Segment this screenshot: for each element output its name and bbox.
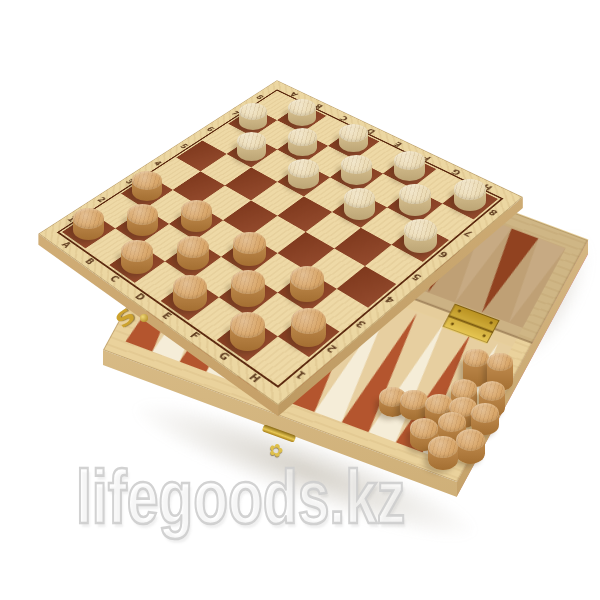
hinge-screw — [482, 334, 486, 338]
checker-cream-h6 — [404, 219, 437, 253]
watermark: lifegoods.kz — [76, 452, 405, 540]
loose-checker-7 — [400, 390, 427, 420]
checker-cream-g7 — [399, 184, 431, 216]
piece-top — [233, 232, 266, 254]
checker-cream-f6 — [344, 188, 376, 220]
piece-top — [291, 308, 327, 334]
side-latch-pin — [140, 314, 148, 322]
checker-tan-f2 — [231, 270, 265, 306]
loose-checker-12 — [456, 429, 485, 463]
piece-top — [127, 204, 158, 225]
checker-tan-a3 — [132, 171, 162, 201]
checker-tan-h2 — [291, 308, 327, 347]
checker-cream-h8 — [454, 179, 486, 211]
piece-top — [341, 155, 372, 174]
checker-tan-e1 — [173, 275, 207, 311]
piece-top — [230, 312, 265, 338]
checker-cream-d8 — [339, 124, 369, 153]
checker-cream-a7 — [239, 103, 267, 130]
piece-top — [487, 353, 513, 372]
checker-tan-b2 — [127, 204, 158, 236]
product-photo: AABBCCDDEEFFGGHH1122334455667788 ✿S life… — [0, 0, 600, 600]
piece-top — [456, 429, 485, 450]
piece-top — [288, 99, 316, 116]
piece-top — [399, 184, 431, 205]
hinge-screw — [457, 309, 461, 313]
checker-cream-b6 — [237, 132, 266, 160]
checker-tan-c1 — [121, 240, 153, 274]
piece-top — [173, 275, 207, 299]
piece-top — [404, 219, 437, 241]
piece-top — [288, 159, 318, 178]
piece-top — [471, 403, 499, 424]
hinge-screw — [489, 321, 493, 325]
piece-top — [73, 208, 104, 229]
checker-cream-f8 — [394, 151, 425, 181]
checker-cream-d6 — [288, 159, 318, 189]
piece-top — [339, 124, 369, 142]
piece-top — [400, 390, 427, 410]
checker-tan-a1 — [73, 208, 104, 240]
piece-top — [463, 349, 488, 368]
checker-tan-d2 — [177, 236, 209, 270]
checker-tan-g1 — [230, 312, 265, 351]
piece-top — [288, 128, 317, 146]
checker-cream-b8 — [288, 99, 316, 126]
piece-top — [428, 436, 457, 458]
piece-top — [239, 103, 267, 120]
piece-top — [181, 200, 212, 221]
checker-cream-e7 — [341, 155, 372, 185]
piece-top — [479, 381, 506, 401]
checker-tan-g3 — [290, 266, 324, 302]
piece-top — [394, 151, 425, 170]
checker-tan-c3 — [181, 200, 212, 232]
checker-cream-c7 — [288, 128, 317, 156]
piece-top — [454, 179, 486, 200]
hinge-screw — [450, 322, 454, 326]
loose-checker-13 — [428, 436, 457, 470]
checker-tan-e3 — [233, 232, 266, 266]
